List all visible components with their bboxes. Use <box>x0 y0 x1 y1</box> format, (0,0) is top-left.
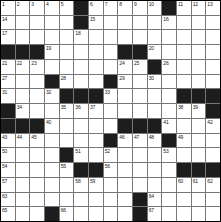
black-square-r4c9 <box>118 45 132 59</box>
clue-number-42: 42 <box>207 119 212 125</box>
cell-r9c12[interactable]: 41 <box>162 119 176 133</box>
cell-r2c2[interactable] <box>16 16 30 30</box>
cell-r15c3[interactable] <box>30 207 44 221</box>
cell-r1c4[interactable]: 4 <box>45 1 59 15</box>
cell-r8c10[interactable] <box>133 104 147 118</box>
cell-r3c2[interactable] <box>16 30 30 44</box>
cell-r3c12[interactable] <box>162 30 176 44</box>
cell-r3c14[interactable] <box>192 30 206 44</box>
clue-number-4: 4 <box>46 1 49 7</box>
cell-r13c15[interactable]: 62 <box>206 178 220 192</box>
clue-number-32: 32 <box>46 89 51 95</box>
black-square-r4c2 <box>16 45 30 59</box>
black-square-r14c10 <box>133 193 147 207</box>
cell-r13c11[interactable] <box>148 178 162 192</box>
clue-number-37: 37 <box>90 104 95 110</box>
cell-r15c1[interactable]: 65 <box>1 207 15 221</box>
cell-r5c2[interactable]: 22 <box>16 60 30 74</box>
clue-number-66: 66 <box>61 207 66 213</box>
clue-number-55: 55 <box>61 163 66 169</box>
cell-r10c7[interactable] <box>89 134 103 148</box>
black-square-r6c8 <box>104 75 118 89</box>
cell-r3c11[interactable] <box>148 30 162 44</box>
cell-r8c9[interactable] <box>118 104 132 118</box>
cell-r8c13[interactable]: 38 <box>177 104 191 118</box>
black-square-r7c6 <box>74 89 88 103</box>
cell-r11c6[interactable]: 51 <box>74 148 88 162</box>
cell-r2c4[interactable] <box>45 16 59 30</box>
cell-r1c8[interactable]: 7 <box>104 1 118 15</box>
cell-r6c7[interactable] <box>89 75 103 89</box>
black-square-r11c5 <box>60 148 74 162</box>
clue-number-38: 38 <box>178 104 183 110</box>
cell-r10c1[interactable]: 43 <box>1 134 15 148</box>
cell-r2c15[interactable] <box>206 16 220 30</box>
cell-r13c1[interactable]: 57 <box>1 178 15 192</box>
clue-number-46: 46 <box>119 134 124 140</box>
cell-r8c6[interactable]: 36 <box>74 104 88 118</box>
cell-r10c11[interactable]: 48 <box>148 134 162 148</box>
clue-number-30: 30 <box>149 75 154 81</box>
cell-r11c1[interactable]: 50 <box>1 148 15 162</box>
clue-number-25: 25 <box>134 60 139 66</box>
cell-r7c12[interactable] <box>162 89 176 103</box>
cell-r10c13[interactable]: 49 <box>177 134 191 148</box>
black-square-r2c6 <box>74 16 88 30</box>
cell-r14c14[interactable] <box>192 193 206 207</box>
cell-r13c14[interactable]: 61 <box>192 178 206 192</box>
cell-r1c2[interactable]: 2 <box>16 1 30 15</box>
cell-r8c11[interactable] <box>148 104 162 118</box>
cell-r1c11[interactable]: 10 <box>148 1 162 15</box>
cell-r13c12[interactable] <box>162 178 176 192</box>
cell-r15c6[interactable] <box>74 207 88 221</box>
cell-r3c10[interactable] <box>133 30 147 44</box>
cell-r11c12[interactable]: 53 <box>162 148 176 162</box>
cell-r2c12[interactable]: 16 <box>162 16 176 30</box>
clue-number-39: 39 <box>193 104 198 110</box>
cell-r15c15[interactable] <box>206 207 220 221</box>
clue-number-62: 62 <box>207 178 212 184</box>
clue-number-65: 65 <box>2 207 7 213</box>
cell-r7c1[interactable]: 31 <box>1 89 15 103</box>
clue-number-33: 33 <box>105 89 110 95</box>
cell-r7c3[interactable] <box>30 89 44 103</box>
cell-r4c7[interactable] <box>89 45 103 59</box>
cell-r6c9[interactable]: 29 <box>118 75 132 89</box>
cell-r5c6[interactable] <box>74 60 88 74</box>
cell-r14c5[interactable] <box>60 193 74 207</box>
black-square-r7c13 <box>177 89 191 103</box>
cell-r2c10[interactable] <box>133 16 147 30</box>
black-square-r1c6 <box>74 1 88 15</box>
cell-r11c14[interactable] <box>192 148 206 162</box>
cell-r10c14[interactable] <box>192 134 206 148</box>
clue-number-45: 45 <box>31 134 36 140</box>
clue-number-56: 56 <box>105 163 110 169</box>
cell-r12c10[interactable] <box>133 163 147 177</box>
cell-r15c5[interactable]: 66 <box>60 207 74 221</box>
cell-r9c4[interactable]: 40 <box>45 119 59 133</box>
cell-r5c10[interactable]: 25 <box>133 60 147 74</box>
cell-r4c8[interactable] <box>104 45 118 59</box>
clue-number-44: 44 <box>17 134 22 140</box>
cell-r8c5[interactable]: 35 <box>60 104 74 118</box>
cell-r10c5[interactable] <box>60 134 74 148</box>
cell-r6c1[interactable]: 27 <box>1 75 15 89</box>
cell-r6c5[interactable]: 28 <box>60 75 74 89</box>
cell-r5c7[interactable] <box>89 60 103 74</box>
cell-r5c4[interactable] <box>45 60 59 74</box>
black-square-r7c5 <box>60 89 74 103</box>
clue-number-59: 59 <box>90 178 95 184</box>
cell-r4c6[interactable] <box>74 45 88 59</box>
black-square-r6c4 <box>45 75 59 89</box>
black-square-r5c11 <box>148 60 162 74</box>
cell-r10c3[interactable]: 45 <box>30 134 44 148</box>
cell-r7c2[interactable] <box>16 89 30 103</box>
clue-number-21: 21 <box>2 60 7 66</box>
cell-r3c7[interactable] <box>89 30 103 44</box>
cell-r4c5[interactable] <box>60 45 74 59</box>
cell-r1c5[interactable]: 5 <box>60 1 74 15</box>
clue-number-6: 6 <box>90 1 93 7</box>
clue-number-20: 20 <box>149 45 154 51</box>
cell-r12c4[interactable] <box>45 163 59 177</box>
clue-number-64: 64 <box>149 193 154 199</box>
cell-r11c4[interactable] <box>45 148 59 162</box>
cell-r8c2[interactable]: 34 <box>16 104 30 118</box>
cell-r12c1[interactable]: 54 <box>1 163 15 177</box>
black-square-r8c15 <box>206 104 220 118</box>
cell-r9c13[interactable] <box>177 119 191 133</box>
cell-r3c9[interactable] <box>118 30 132 44</box>
cell-r14c13[interactable] <box>177 193 191 207</box>
crossword-grid: 1234567891011121314151617181920212223242… <box>0 0 221 222</box>
black-square-r9c2 <box>16 119 30 133</box>
cell-r4c4[interactable]: 19 <box>45 45 59 59</box>
cell-r3c15[interactable] <box>206 30 220 44</box>
cell-r7c10[interactable] <box>133 89 147 103</box>
cell-r3c8[interactable] <box>104 30 118 44</box>
cell-r3c3[interactable] <box>30 30 44 44</box>
cell-r15c14[interactable] <box>192 207 206 221</box>
clue-number-40: 40 <box>46 119 51 125</box>
cell-r11c15[interactable] <box>206 148 220 162</box>
cell-r2c8[interactable] <box>104 16 118 30</box>
cell-r13c4[interactable] <box>45 178 59 192</box>
cell-r5c5[interactable] <box>60 60 74 74</box>
cell-r2c1[interactable]: 14 <box>1 16 15 30</box>
cell-r6c14[interactable] <box>192 75 206 89</box>
cell-r14c2[interactable] <box>16 193 30 207</box>
clue-number-49: 49 <box>178 134 183 140</box>
cell-r12c2[interactable] <box>16 163 30 177</box>
clue-number-16: 16 <box>163 16 168 22</box>
clue-number-2: 2 <box>17 1 20 7</box>
cell-r2c5[interactable] <box>60 16 74 30</box>
cell-r8c12[interactable] <box>162 104 176 118</box>
cell-r12c12[interactable] <box>162 163 176 177</box>
clue-number-27: 27 <box>2 75 7 81</box>
cell-r13c8[interactable] <box>104 178 118 192</box>
cell-r8c7[interactable]: 37 <box>89 104 103 118</box>
clue-number-51: 51 <box>75 148 80 154</box>
clue-number-57: 57 <box>2 178 7 184</box>
black-square-r10c12 <box>162 134 176 148</box>
cell-r10c6[interactable] <box>74 134 88 148</box>
black-square-r7c15 <box>206 89 220 103</box>
black-square-r4c10 <box>133 45 147 59</box>
cell-r11c2[interactable] <box>16 148 30 162</box>
clue-number-28: 28 <box>61 75 66 81</box>
cell-r2c11[interactable] <box>148 16 162 30</box>
cell-r3c4[interactable] <box>45 30 59 44</box>
cell-r6c6[interactable] <box>74 75 88 89</box>
cell-r12c5[interactable]: 55 <box>60 163 74 177</box>
clue-number-22: 22 <box>17 60 22 66</box>
black-square-r4c1 <box>1 45 15 59</box>
cell-r14c3[interactable] <box>30 193 44 207</box>
cell-r9c8[interactable] <box>104 119 118 133</box>
clue-number-34: 34 <box>17 104 22 110</box>
black-square-r1c12 <box>162 1 176 15</box>
clue-number-26: 26 <box>163 60 168 66</box>
black-square-r9c3 <box>30 119 44 133</box>
cell-r13c6[interactable]: 58 <box>74 178 88 192</box>
clue-number-23: 23 <box>31 60 36 66</box>
clue-number-61: 61 <box>193 178 198 184</box>
cell-r11c3[interactable] <box>30 148 44 162</box>
clue-number-52: 52 <box>105 148 110 154</box>
clue-number-47: 47 <box>134 134 139 140</box>
cell-r1c9[interactable]: 8 <box>118 1 132 15</box>
cell-r7c9[interactable] <box>118 89 132 103</box>
cell-r8c14[interactable]: 39 <box>192 104 206 118</box>
cell-r14c9[interactable] <box>118 193 132 207</box>
cell-r6c10[interactable] <box>133 75 147 89</box>
cell-r10c10[interactable]: 47 <box>133 134 147 148</box>
clue-number-14: 14 <box>2 16 7 22</box>
clue-number-24: 24 <box>119 60 124 66</box>
black-square-r15c4 <box>45 207 59 221</box>
black-square-r12c14 <box>192 163 206 177</box>
cell-r1c7[interactable]: 6 <box>89 1 103 15</box>
cell-r7c11[interactable] <box>148 89 162 103</box>
cell-r15c13[interactable] <box>177 207 191 221</box>
cell-r5c13[interactable] <box>177 60 191 74</box>
cell-r13c2[interactable] <box>16 178 30 192</box>
cell-r11c9[interactable] <box>118 148 132 162</box>
cell-r5c3[interactable]: 23 <box>30 60 44 74</box>
cell-r5c12[interactable]: 26 <box>162 60 176 74</box>
clue-number-15: 15 <box>90 16 95 22</box>
cell-r14c8[interactable] <box>104 193 118 207</box>
clue-number-9: 9 <box>134 1 137 7</box>
cell-r15c7[interactable] <box>89 207 103 221</box>
clue-number-11: 11 <box>178 1 183 7</box>
clue-number-3: 3 <box>31 1 34 7</box>
cell-r12c8[interactable]: 56 <box>104 163 118 177</box>
clue-number-12: 12 <box>193 1 198 7</box>
cell-r2c3[interactable] <box>30 16 44 30</box>
black-square-r7c7 <box>89 89 103 103</box>
cell-r4c13[interactable] <box>177 45 191 59</box>
black-square-r7c14 <box>192 89 206 103</box>
cell-r12c11[interactable] <box>148 163 162 177</box>
cell-r12c3[interactable] <box>30 163 44 177</box>
black-square-r12c6 <box>74 163 88 177</box>
cell-r13c10[interactable] <box>133 178 147 192</box>
cell-r13c13[interactable]: 60 <box>177 178 191 192</box>
black-square-r4c3 <box>30 45 44 59</box>
cell-r1c3[interactable]: 3 <box>30 1 44 15</box>
black-square-r12c7 <box>89 163 103 177</box>
cell-r3c5[interactable] <box>60 30 74 44</box>
cell-r1c1[interactable]: 1 <box>1 1 15 15</box>
clue-number-1: 1 <box>2 1 5 7</box>
clue-number-17: 17 <box>2 30 7 36</box>
clue-number-54: 54 <box>2 163 7 169</box>
clue-number-31: 31 <box>2 89 7 95</box>
cell-r14c15[interactable] <box>206 193 220 207</box>
cell-r2c7[interactable]: 15 <box>89 16 103 30</box>
cell-r14c7[interactable] <box>89 193 103 207</box>
cell-r6c2[interactable] <box>16 75 30 89</box>
clue-number-41: 41 <box>163 119 168 125</box>
clue-number-50: 50 <box>2 148 7 154</box>
clue-number-5: 5 <box>61 1 64 7</box>
clue-number-36: 36 <box>75 104 80 110</box>
cell-r12c9[interactable] <box>118 163 132 177</box>
cell-r9c7[interactable] <box>89 119 103 133</box>
clue-number-18: 18 <box>75 30 80 36</box>
cell-r7c8[interactable]: 33 <box>104 89 118 103</box>
cell-r15c2[interactable] <box>16 207 30 221</box>
black-square-r10c8 <box>104 134 118 148</box>
cell-r4c15[interactable] <box>206 45 220 59</box>
cell-r8c8[interactable] <box>104 104 118 118</box>
cell-r4c12[interactable] <box>162 45 176 59</box>
black-square-r12c13 <box>177 163 191 177</box>
clue-number-8: 8 <box>119 1 122 7</box>
cell-r13c7[interactable]: 59 <box>89 178 103 192</box>
black-square-r9c11 <box>148 119 162 133</box>
cell-r2c9[interactable] <box>118 16 132 30</box>
cell-r9c14[interactable] <box>192 119 206 133</box>
cell-r9c6[interactable] <box>74 119 88 133</box>
clue-number-53: 53 <box>163 148 168 154</box>
clue-number-43: 43 <box>2 134 7 140</box>
cell-r14c4[interactable] <box>45 193 59 207</box>
cell-r1c13[interactable]: 11 <box>177 1 191 15</box>
cell-r15c12[interactable] <box>162 207 176 221</box>
clue-number-13: 13 <box>207 1 212 7</box>
cell-r2c13[interactable] <box>177 16 191 30</box>
cell-r14c11[interactable]: 64 <box>148 193 162 207</box>
cell-r15c9[interactable] <box>118 207 132 221</box>
cell-r1c10[interactable]: 9 <box>133 1 147 15</box>
cell-r11c7[interactable] <box>89 148 103 162</box>
black-square-r15c10 <box>133 207 147 221</box>
clue-number-10: 10 <box>149 1 154 7</box>
clue-number-48: 48 <box>149 134 154 140</box>
cell-r11c13[interactable] <box>177 148 191 162</box>
cell-r7c4[interactable]: 32 <box>45 89 59 103</box>
cell-r5c1[interactable]: 21 <box>1 60 15 74</box>
clue-number-67: 67 <box>149 207 154 213</box>
cell-r13c9[interactable] <box>118 178 132 192</box>
cell-r9c5[interactable] <box>60 119 74 133</box>
cell-r6c11[interactable]: 30 <box>148 75 162 89</box>
cell-r6c12[interactable] <box>162 75 176 89</box>
black-square-r9c10 <box>133 119 147 133</box>
cell-r2c14[interactable] <box>192 16 206 30</box>
cell-r5c14[interactable] <box>192 60 206 74</box>
cell-r13c3[interactable] <box>30 178 44 192</box>
cell-r11c11[interactable] <box>148 148 162 162</box>
cell-r5c15[interactable] <box>206 60 220 74</box>
black-square-r9c1 <box>1 119 15 133</box>
cell-r1c14[interactable]: 12 <box>192 1 206 15</box>
clue-number-35: 35 <box>61 104 66 110</box>
cell-r5c8[interactable] <box>104 60 118 74</box>
cell-r3c1[interactable]: 17 <box>1 30 15 44</box>
cell-r14c1[interactable]: 63 <box>1 193 15 207</box>
clue-number-19: 19 <box>46 45 51 51</box>
black-square-r12c15 <box>206 163 220 177</box>
cell-r13c5[interactable] <box>60 178 74 192</box>
cell-r10c9[interactable]: 46 <box>118 134 132 148</box>
cell-r10c2[interactable]: 44 <box>16 134 30 148</box>
cell-r10c4[interactable] <box>45 134 59 148</box>
cell-r8c4[interactable] <box>45 104 59 118</box>
cell-r15c8[interactable] <box>104 207 118 221</box>
cell-r3c13[interactable] <box>177 30 191 44</box>
cell-r14c12[interactable] <box>162 193 176 207</box>
cell-r11c10[interactable] <box>133 148 147 162</box>
black-square-r9c9 <box>118 119 132 133</box>
cell-r1c15[interactable]: 13 <box>206 1 220 15</box>
clue-number-60: 60 <box>178 178 183 184</box>
cell-r4c14[interactable] <box>192 45 206 59</box>
cell-r11c8[interactable]: 52 <box>104 148 118 162</box>
black-square-r8c1 <box>1 104 15 118</box>
cell-r15c11[interactable]: 67 <box>148 207 162 221</box>
cell-r8c3[interactable] <box>30 104 44 118</box>
cell-r14c6[interactable] <box>74 193 88 207</box>
cell-r4c11[interactable]: 20 <box>148 45 162 59</box>
clue-number-58: 58 <box>75 178 80 184</box>
clue-number-29: 29 <box>119 75 124 81</box>
cell-r6c13[interactable] <box>177 75 191 89</box>
cell-r6c3[interactable] <box>30 75 44 89</box>
cell-r5c9[interactable]: 24 <box>118 60 132 74</box>
cell-r10c15[interactable] <box>206 134 220 148</box>
cell-r9c15[interactable]: 42 <box>206 119 220 133</box>
clue-number-63: 63 <box>2 193 7 199</box>
cell-r6c15[interactable] <box>206 75 220 89</box>
cell-r3c6[interactable]: 18 <box>74 30 88 44</box>
clue-number-7: 7 <box>105 1 108 7</box>
